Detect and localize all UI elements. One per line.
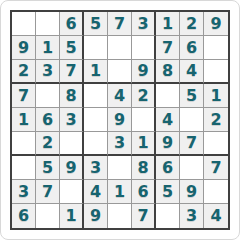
cell-r9c6: 7	[132, 204, 156, 228]
cell-r3c5[interactable]	[108, 60, 132, 84]
sudoku-card: 6573129915762371984784251163942231975938…	[0, 0, 240, 240]
cell-r5c7: 4	[156, 108, 180, 132]
cell-r1c6: 3	[132, 12, 156, 36]
cell-r3c6: 9	[132, 60, 156, 84]
cell-r8c1: 3	[12, 180, 36, 204]
cell-r5c2: 6	[36, 108, 60, 132]
cell-r6c4[interactable]	[84, 132, 108, 156]
cell-r7c1[interactable]	[12, 156, 36, 180]
cell-r4c4[interactable]	[84, 84, 108, 108]
cell-r6c6: 1	[132, 132, 156, 156]
cell-r3c8: 4	[180, 60, 204, 84]
cell-r1c8: 2	[180, 12, 204, 36]
cell-r8c8: 9	[180, 180, 204, 204]
cell-r3c3: 7	[60, 60, 84, 84]
cell-r4c3: 8	[60, 84, 84, 108]
cell-r2c8: 6	[180, 36, 204, 60]
cell-r2c4[interactable]	[84, 36, 108, 60]
cell-r1c9: 9	[204, 12, 228, 36]
cell-r1c2[interactable]	[36, 12, 60, 36]
cell-r9c9: 4	[204, 204, 228, 228]
cell-r7c2: 5	[36, 156, 60, 180]
cell-r1c4: 5	[84, 12, 108, 36]
cell-r9c8: 3	[180, 204, 204, 228]
cell-r9c7[interactable]	[156, 204, 180, 228]
cell-r6c9[interactable]	[204, 132, 228, 156]
cell-r8c9[interactable]	[204, 180, 228, 204]
cell-r2c3: 5	[60, 36, 84, 60]
cell-r8c2: 7	[36, 180, 60, 204]
cell-r9c4: 9	[84, 204, 108, 228]
cell-r7c5[interactable]	[108, 156, 132, 180]
cell-r9c5[interactable]	[108, 204, 132, 228]
cell-r6c3[interactable]	[60, 132, 84, 156]
cell-r2c5[interactable]	[108, 36, 132, 60]
cell-r7c9: 7	[204, 156, 228, 180]
cell-r7c7: 6	[156, 156, 180, 180]
cell-r6c2: 2	[36, 132, 60, 156]
cell-r2c1: 9	[12, 36, 36, 60]
cell-r6c5: 3	[108, 132, 132, 156]
cell-r5c1: 1	[12, 108, 36, 132]
cell-r8c4: 4	[84, 180, 108, 204]
cell-r9c3: 1	[60, 204, 84, 228]
cell-r8c5: 1	[108, 180, 132, 204]
cell-r2c7: 7	[156, 36, 180, 60]
cell-r4c9: 1	[204, 84, 228, 108]
cell-r2c9[interactable]	[204, 36, 228, 60]
cell-r7c4: 3	[84, 156, 108, 180]
cell-r3c2: 3	[36, 60, 60, 84]
cell-r5c9: 2	[204, 108, 228, 132]
cell-r4c1: 7	[12, 84, 36, 108]
cell-r5c5: 9	[108, 108, 132, 132]
cell-r7c3: 9	[60, 156, 84, 180]
cell-r3c7: 8	[156, 60, 180, 84]
cell-r4c8: 5	[180, 84, 204, 108]
cell-r2c6[interactable]	[132, 36, 156, 60]
cell-r8c6: 6	[132, 180, 156, 204]
cell-r9c1: 6	[12, 204, 36, 228]
cell-r4c7[interactable]	[156, 84, 180, 108]
cell-r5c8[interactable]	[180, 108, 204, 132]
cell-r2c2: 1	[36, 36, 60, 60]
cell-r6c7: 9	[156, 132, 180, 156]
cell-r8c3[interactable]	[60, 180, 84, 204]
cell-r5c6[interactable]	[132, 108, 156, 132]
cell-r8c7: 5	[156, 180, 180, 204]
cell-r6c8: 7	[180, 132, 204, 156]
cell-r9c2[interactable]	[36, 204, 60, 228]
sudoku-board: 6573129915762371984784251163942231975938…	[10, 10, 230, 230]
cell-r5c3: 3	[60, 108, 84, 132]
cell-r1c7: 1	[156, 12, 180, 36]
cell-r3c4: 1	[84, 60, 108, 84]
cell-r1c5: 7	[108, 12, 132, 36]
cell-r7c6: 8	[132, 156, 156, 180]
cell-r6c1[interactable]	[12, 132, 36, 156]
cell-r3c1: 2	[12, 60, 36, 84]
cell-r7c8[interactable]	[180, 156, 204, 180]
cell-r1c3: 6	[60, 12, 84, 36]
cell-r1c1[interactable]	[12, 12, 36, 36]
cell-r5c4[interactable]	[84, 108, 108, 132]
cell-r4c2[interactable]	[36, 84, 60, 108]
cell-r3c9[interactable]	[204, 60, 228, 84]
cell-r4c6: 2	[132, 84, 156, 108]
cell-r4c5: 4	[108, 84, 132, 108]
